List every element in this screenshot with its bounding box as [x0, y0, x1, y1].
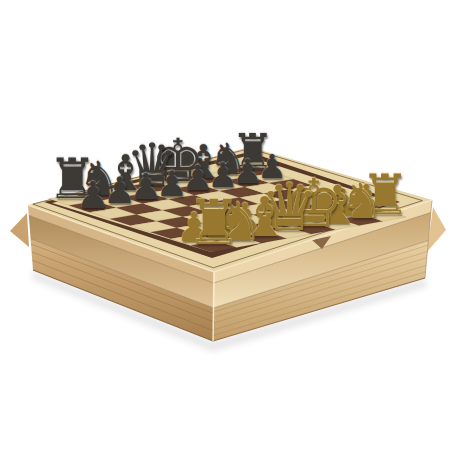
chess-set-product-photo: ♜♞♟♝♟♚♟♛♟♝♟♞♟♟♜♟♟♜♟♟♞♟♝♟♚♟♛♟♝♟♞♜ [0, 0, 450, 450]
molding-lip-left [10, 213, 29, 247]
piece-black-pawn-a7[interactable]: ♟ [76, 176, 109, 213]
box-front-corner-highlight [213, 272, 214, 341]
piece-white-rook-a1[interactable]: ♜ [186, 192, 242, 254]
